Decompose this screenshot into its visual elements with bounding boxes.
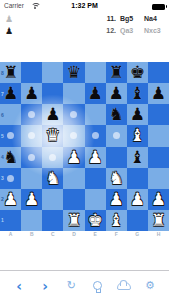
cloud-sync-icon[interactable] (117, 279, 131, 293)
square-a5[interactable]: 5 (0, 125, 21, 146)
square-g2[interactable]: ♟ (127, 189, 148, 210)
black-move[interactable]: Nxc3 (144, 25, 166, 37)
square-h5[interactable] (148, 125, 169, 146)
rank-coordinate: 1 (1, 218, 4, 223)
square-f8[interactable]: ♜ (106, 62, 127, 83)
square-g4[interactable]: ♝ (127, 147, 148, 168)
square-c8[interactable] (42, 62, 63, 83)
move-number: 11. (98, 13, 116, 25)
rank-coordinate: 3 (1, 176, 4, 181)
square-a1[interactable]: 1 (0, 210, 21, 231)
square-a4[interactable]: ♞4 (0, 147, 21, 168)
square-c3[interactable]: ♞ (42, 168, 63, 189)
piece-black-bishop[interactable]: ♝ (127, 147, 148, 168)
square-b1[interactable] (21, 210, 42, 231)
square-f3[interactable]: ♞ (106, 168, 127, 189)
square-e6[interactable] (85, 104, 106, 125)
square-g7[interactable]: ♝ (127, 83, 148, 104)
square-f4[interactable] (106, 147, 127, 168)
square-a8[interactable]: ♜8 (0, 62, 21, 83)
piece-white-rook[interactable]: ♜ (148, 210, 169, 231)
square-h7[interactable]: ♟ (148, 83, 169, 104)
move-number: 12. (98, 25, 116, 37)
legal-move-dot[interactable] (113, 132, 120, 139)
move-row[interactable]: ♟ 12. Qa3 Nxc3 (0, 25, 169, 37)
square-a6[interactable]: 6 (0, 104, 21, 125)
square-a3[interactable]: 3 (0, 168, 21, 189)
square-f6[interactable]: ♞ (106, 104, 127, 125)
piece-white-bishop[interactable]: ♝ (106, 210, 127, 231)
piece-white-bishop[interactable]: ♝ (127, 125, 148, 146)
square-c5[interactable]: ♛ (42, 125, 63, 146)
square-c7[interactable] (42, 83, 63, 104)
toolbar: ‹ › ↻ ⚙ (0, 271, 169, 300)
square-d2[interactable] (63, 189, 84, 210)
square-f7[interactable]: ♟ (106, 83, 127, 104)
square-d1[interactable]: ♜ (63, 210, 84, 231)
square-h2[interactable]: ♟ (148, 189, 169, 210)
white-move[interactable]: Bg5 (120, 13, 142, 25)
legal-move-dot[interactable] (7, 175, 14, 182)
square-e1[interactable]: ♚ (85, 210, 106, 231)
piece-black-rook[interactable]: ♜ (106, 62, 127, 83)
piece-black-pawn[interactable]: ♟ (106, 83, 127, 104)
white-move[interactable]: Qa3 (120, 25, 142, 37)
file-coordinate: F (106, 231, 127, 238)
piece-black-pawn[interactable]: ♟ (127, 104, 148, 125)
square-h1[interactable]: ♜ (148, 210, 169, 231)
legal-move-dot[interactable] (49, 154, 56, 161)
piece-white-pawn[interactable]: ♟ (127, 189, 148, 210)
piece-black-queen[interactable]: ♛ (63, 62, 84, 83)
square-c4[interactable] (42, 147, 63, 168)
square-b7[interactable]: ♟ (21, 83, 42, 104)
black-move[interactable]: Na4 (144, 13, 166, 25)
piece-black-pawn[interactable]: ♟ (42, 104, 63, 125)
square-f5[interactable] (106, 125, 127, 146)
piece-white-pawn[interactable]: ♟ (85, 147, 106, 168)
piece-white-king[interactable]: ♚ (85, 210, 106, 231)
square-b5[interactable] (21, 125, 42, 146)
square-d3[interactable] (63, 168, 84, 189)
legal-move-dot[interactable] (7, 132, 14, 139)
square-g8[interactable]: ♚ (127, 62, 148, 83)
square-b8[interactable] (21, 62, 42, 83)
forward-button[interactable]: › (38, 279, 52, 293)
captured-black-pawn-icon: ♟ (5, 25, 13, 37)
piece-black-pawn[interactable]: ♟ (21, 83, 42, 104)
rank-coordinate: 2 (1, 197, 4, 202)
square-g6[interactable]: ♟ (127, 104, 148, 125)
piece-white-queen[interactable]: ♛ (42, 125, 63, 146)
piece-white-knight[interactable]: ♞ (42, 168, 63, 189)
square-d8[interactable]: ♛ (63, 62, 84, 83)
move-row[interactable]: ♟ 11. Bg5 Na4 (0, 13, 169, 25)
piece-black-bishop[interactable]: ♝ (127, 83, 148, 104)
piece-white-knight[interactable]: ♞ (106, 168, 127, 189)
square-d6[interactable] (63, 104, 84, 125)
square-h3[interactable] (148, 168, 169, 189)
square-d7[interactable] (63, 83, 84, 104)
file-coordinate: G (127, 231, 148, 238)
square-a2[interactable]: ♟2 (0, 189, 21, 210)
square-c1[interactable] (42, 210, 63, 231)
piece-black-pawn[interactable]: ♟ (148, 83, 169, 104)
move-list: ♟ 11. Bg5 Na4 ♟ 12. Qa3 Nxc3 (0, 13, 169, 37)
square-c2[interactable] (42, 189, 63, 210)
square-b3[interactable] (21, 168, 42, 189)
rank-coordinate: 5 (1, 133, 4, 138)
square-d5[interactable] (63, 125, 84, 146)
piece-white-pawn[interactable]: ♟ (21, 189, 42, 210)
piece-black-knight[interactable]: ♞ (106, 104, 127, 125)
piece-black-king[interactable]: ♚ (127, 62, 148, 83)
piece-black-pawn[interactable]: ♟ (85, 83, 106, 104)
square-g5[interactable]: ♝ (127, 125, 148, 146)
legal-move-dot[interactable] (28, 132, 35, 139)
file-coordinate: H (148, 231, 169, 238)
rank-coordinate: 4 (1, 155, 4, 160)
legal-move-dot[interactable] (70, 132, 77, 139)
captured-white-pawn-icon: ♟ (5, 13, 13, 25)
square-e8[interactable] (85, 62, 106, 83)
replay-icon[interactable]: ↻ (64, 279, 78, 293)
piece-white-rook[interactable]: ♜ (63, 210, 84, 231)
square-h6[interactable] (148, 104, 169, 125)
legal-move-dot[interactable] (28, 111, 35, 118)
square-e4[interactable]: ♟ (85, 147, 106, 168)
status-bar: Carrier 1:32 PM (0, 0, 169, 12)
square-a7[interactable]: ♟7 (0, 83, 21, 104)
square-d4[interactable]: ♟ (63, 147, 84, 168)
square-f2[interactable]: ♟ (106, 189, 127, 210)
battery-icon (152, 4, 165, 10)
piece-white-pawn[interactable]: ♟ (148, 189, 169, 210)
file-coordinate: C (42, 231, 63, 238)
file-coordinates: ABCDEFGH (0, 231, 169, 238)
piece-white-pawn[interactable]: ♟ (63, 147, 84, 168)
rank-coordinate: 7 (1, 91, 4, 96)
square-e2[interactable] (85, 189, 106, 210)
clock-label: 1:32 PM (0, 2, 169, 9)
piece-white-pawn[interactable]: ♟ (106, 189, 127, 210)
rank-coordinate: 6 (1, 112, 4, 117)
square-h8[interactable] (148, 62, 169, 83)
file-coordinate: B (21, 231, 42, 238)
square-b4[interactable] (21, 147, 42, 168)
square-h4[interactable] (148, 147, 169, 168)
settings-gear-icon[interactable]: ⚙ (143, 279, 157, 293)
legal-move-dot[interactable] (28, 154, 35, 161)
back-button[interactable]: ‹ (12, 279, 26, 293)
square-e3[interactable] (85, 168, 106, 189)
chess-board: ♜8♛♜♚♟7♟♟♟♝♟6♟♞♟5♛♝♞4♟♟♝3♞♞♟2♟♟♟♟1♜♚♝♜ (0, 62, 169, 231)
square-g1[interactable] (127, 210, 148, 231)
square-b2[interactable]: ♟ (21, 189, 42, 210)
square-e5[interactable] (85, 125, 106, 146)
rank-coordinate: 8 (1, 70, 4, 75)
legal-move-dot[interactable] (92, 132, 99, 139)
square-g3[interactable] (127, 168, 148, 189)
file-coordinate: E (85, 231, 106, 238)
file-coordinate: A (0, 231, 21, 238)
hint-lightbulb-icon[interactable] (91, 279, 105, 293)
square-e7[interactable]: ♟ (85, 83, 106, 104)
square-c6[interactable]: ♟ (42, 104, 63, 125)
legal-move-dot[interactable] (70, 111, 77, 118)
square-b6[interactable] (21, 104, 42, 125)
file-coordinate: D (63, 231, 84, 238)
square-f1[interactable]: ♝ (106, 210, 127, 231)
app-screen: Carrier 1:32 PM ♟ 11. Bg5 Na4 ♟ 12. Qa3 … (0, 0, 169, 300)
